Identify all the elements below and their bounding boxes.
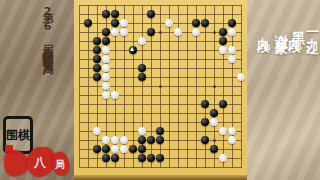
calligraphy-char: 局 (55, 158, 65, 172)
left-backdrop-panel: 第26届农心杯团体啊赛第八局 围棋 八 局 (0, 0, 74, 180)
white-stone (111, 136, 120, 145)
star-point (213, 139, 216, 142)
grid-line (241, 5, 242, 168)
black-stone (219, 37, 228, 46)
black-stone (102, 10, 111, 19)
black-stone (93, 145, 102, 154)
black-stone (138, 64, 147, 73)
black-stone (147, 136, 156, 145)
black-stone (138, 73, 147, 82)
white-stone (120, 19, 129, 28)
black-stone (138, 154, 147, 163)
white-stone (102, 55, 111, 64)
go-board[interactable] (74, 0, 247, 180)
white-stone (111, 28, 120, 37)
star-point (159, 31, 162, 34)
white-player-rank: 九段 (285, 26, 303, 32)
black-stone (93, 46, 102, 55)
red-calligraphy-stamp: 八 局 (0, 146, 72, 180)
event-title: 第26届农心杯团体啊赛第八局 (39, 3, 54, 57)
black-stone (111, 19, 120, 28)
black-stone (138, 136, 147, 145)
weiqi-logo-text: 围棋 (6, 129, 30, 141)
white-stone (228, 46, 237, 55)
black-stone (219, 100, 228, 109)
black-stone (102, 145, 111, 154)
grid-line (169, 5, 170, 168)
white-stone (102, 64, 111, 73)
white-stone (111, 145, 120, 154)
black-stone (156, 154, 165, 163)
black-stone (201, 100, 210, 109)
black-stone (210, 145, 219, 154)
black-stone (210, 109, 219, 118)
black-stone (147, 10, 156, 19)
black-stone (93, 73, 102, 82)
white-stone (111, 91, 120, 100)
white-stone (228, 28, 237, 37)
black-stone (219, 28, 228, 37)
white-stone (219, 46, 228, 55)
white-stone (102, 91, 111, 100)
white-stone (228, 55, 237, 64)
white-player-name: 一力辽 (303, 24, 320, 33)
black-stone (102, 37, 111, 46)
black-stone (111, 154, 120, 163)
black-stone (138, 145, 147, 154)
white-player-column: 白 一力辽 九段 (285, 8, 320, 33)
black-stone (93, 37, 102, 46)
star-point (213, 31, 216, 34)
white-stone (138, 37, 147, 46)
white-stone (102, 82, 111, 91)
grid-line (79, 104, 242, 105)
white-stone (102, 46, 111, 55)
white-stone (102, 73, 111, 82)
white-stone (210, 118, 219, 127)
white-stone (165, 19, 174, 28)
black-stone (156, 136, 165, 145)
black-stone (93, 64, 102, 73)
white-stone (120, 145, 129, 154)
black-stone (102, 154, 111, 163)
white-stone (192, 28, 201, 37)
white-stone (102, 136, 111, 145)
black-stone (147, 28, 156, 37)
black-stone (84, 19, 93, 28)
black-stone (156, 127, 165, 136)
black-stone (111, 10, 120, 19)
white-stone (219, 127, 228, 136)
white-stone (228, 136, 237, 145)
black-stone (192, 19, 201, 28)
black-stone (102, 28, 111, 37)
black-stone (201, 118, 210, 127)
white-stone (120, 28, 129, 37)
black-stone (201, 19, 210, 28)
white-stone (219, 154, 228, 163)
calligraphy-char: 八 (34, 154, 46, 171)
white-stone (237, 73, 246, 82)
black-stone (129, 145, 138, 154)
board-bottom-edge (74, 175, 247, 180)
white-stone (120, 136, 129, 145)
black-player-rank: 九段 (254, 26, 272, 32)
star-point (159, 85, 162, 88)
white-stone (174, 28, 183, 37)
white-stone (228, 127, 237, 136)
black-stone (147, 154, 156, 163)
black-stone (228, 19, 237, 28)
star-point (213, 85, 216, 88)
white-stone (93, 127, 102, 136)
last-move-marker-icon (130, 47, 134, 51)
grid-line (79, 167, 242, 168)
grid-line (187, 5, 188, 168)
black-stone (93, 55, 102, 64)
white-stone (138, 127, 147, 136)
video-thumbnail: 第26届农心杯团体啊赛第八局 围棋 八 局 黑 谢尔豪 九段 白 一力辽 九段 (0, 0, 320, 180)
black-stone (201, 136, 210, 145)
